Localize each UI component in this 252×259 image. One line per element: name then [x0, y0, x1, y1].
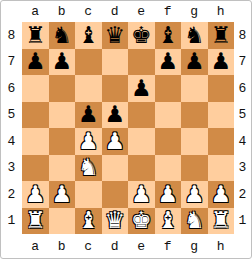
file-label-bottom-d: d [102, 234, 129, 258]
square-c2[interactable] [75, 181, 102, 208]
piece-black-knight-b8[interactable]: ♞ [49, 22, 76, 49]
square-a6[interactable] [22, 75, 49, 102]
piece-white-rook-a1[interactable]: ♜ [22, 208, 49, 235]
piece-white-knight-g1[interactable]: ♞ [181, 208, 208, 235]
corner-top-right [234, 1, 251, 22]
piece-white-bishop-c1[interactable]: ♝ [75, 208, 102, 235]
file-label-bottom-f: f [155, 234, 182, 258]
square-h7[interactable]: ♟ [208, 49, 235, 76]
rank-label-right-8: 8 [234, 22, 251, 49]
piece-black-pawn-a7[interactable]: ♟ [22, 49, 49, 76]
square-a7[interactable]: ♟ [22, 49, 49, 76]
square-a5[interactable] [22, 102, 49, 129]
square-a3[interactable] [22, 155, 49, 182]
file-label-top-d: d [102, 1, 129, 22]
square-f3[interactable] [155, 155, 182, 182]
square-c1[interactable]: ♝ [75, 208, 102, 235]
square-d5[interactable]: ♟ [102, 102, 129, 129]
piece-black-pawn-g7[interactable]: ♟ [181, 49, 208, 76]
square-h5[interactable] [208, 102, 235, 129]
square-g3[interactable] [181, 155, 208, 182]
square-a2[interactable]: ♟ [22, 181, 49, 208]
square-c6[interactable] [75, 75, 102, 102]
square-a1[interactable]: ♜ [22, 208, 49, 235]
square-g8[interactable]: ♞ [181, 22, 208, 49]
square-e1[interactable]: ♚ [128, 208, 155, 235]
square-e2[interactable]: ♟ [128, 181, 155, 208]
file-label-bottom-b: b [49, 234, 76, 258]
piece-white-king-e1[interactable]: ♚ [128, 208, 155, 235]
square-d4[interactable]: ♟ [102, 128, 129, 155]
file-label-top-f: f [155, 1, 182, 22]
square-d7[interactable] [102, 49, 129, 76]
chess-diagram-frame: abcdefgh8♜♞♝♛♚♝♞♜87♟♟♟♟♟76♟65♟♟54♟♟43♞32… [0, 0, 252, 259]
chess-board-grid: abcdefgh8♜♞♝♛♚♝♞♜87♟♟♟♟♟76♟65♟♟54♟♟43♞32… [1, 1, 251, 258]
piece-black-rook-a8[interactable]: ♜ [22, 22, 49, 49]
piece-white-pawn-e2[interactable]: ♟ [128, 181, 155, 208]
square-h6[interactable] [208, 75, 235, 102]
square-h8[interactable]: ♜ [208, 22, 235, 49]
rank-label-right-1: 1 [234, 208, 251, 235]
file-label-bottom-c: c [75, 234, 102, 258]
square-e3[interactable] [128, 155, 155, 182]
square-g6[interactable] [181, 75, 208, 102]
piece-black-pawn-h7[interactable]: ♟ [208, 49, 235, 76]
corner-bottom-left [1, 234, 22, 258]
square-d2[interactable] [102, 181, 129, 208]
square-f2[interactable]: ♟ [155, 181, 182, 208]
piece-black-pawn-d5[interactable]: ♟ [102, 102, 129, 129]
square-f4[interactable] [155, 128, 182, 155]
square-d8[interactable]: ♛ [102, 22, 129, 49]
square-c3[interactable]: ♞ [75, 155, 102, 182]
square-c8[interactable]: ♝ [75, 22, 102, 49]
square-f7[interactable]: ♟ [155, 49, 182, 76]
rank-label-left-1: 1 [1, 208, 22, 235]
square-b6[interactable] [49, 75, 76, 102]
square-h1[interactable]: ♜ [208, 208, 235, 235]
square-f6[interactable] [155, 75, 182, 102]
square-c7[interactable] [75, 49, 102, 76]
square-b2[interactable]: ♟ [49, 181, 76, 208]
square-a4[interactable] [22, 128, 49, 155]
square-g7[interactable]: ♟ [181, 49, 208, 76]
piece-white-pawn-g2[interactable]: ♟ [181, 181, 208, 208]
square-f5[interactable] [155, 102, 182, 129]
square-b1[interactable] [49, 208, 76, 235]
piece-black-knight-g8[interactable]: ♞ [181, 22, 208, 49]
rank-label-right-3: 3 [234, 155, 251, 182]
square-g5[interactable] [181, 102, 208, 129]
piece-black-bishop-c8[interactable]: ♝ [75, 22, 102, 49]
file-label-bottom-a: a [22, 234, 49, 258]
piece-white-bishop-f1[interactable]: ♝ [155, 208, 182, 235]
rank-label-right-7: 7 [234, 49, 251, 76]
square-c5[interactable]: ♟ [75, 102, 102, 129]
piece-white-knight-c3[interactable]: ♞ [75, 155, 102, 182]
square-d3[interactable] [102, 155, 129, 182]
rank-label-left-2: 2 [1, 181, 22, 208]
piece-white-pawn-h2[interactable]: ♟ [208, 181, 235, 208]
square-h2[interactable]: ♟ [208, 181, 235, 208]
square-h4[interactable] [208, 128, 235, 155]
rank-label-right-6: 6 [234, 75, 251, 102]
piece-white-pawn-a2[interactable]: ♟ [22, 181, 49, 208]
square-f1[interactable]: ♝ [155, 208, 182, 235]
square-e5[interactable] [128, 102, 155, 129]
rank-label-left-7: 7 [1, 49, 22, 76]
corner-bottom-right [234, 234, 251, 258]
piece-black-pawn-b7[interactable]: ♟ [49, 49, 76, 76]
rank-label-left-3: 3 [1, 155, 22, 182]
square-c4[interactable]: ♟ [75, 128, 102, 155]
square-g1[interactable]: ♞ [181, 208, 208, 235]
rank-label-right-5: 5 [234, 102, 251, 129]
piece-black-pawn-c5[interactable]: ♟ [75, 102, 102, 129]
piece-white-pawn-c4[interactable]: ♟ [75, 128, 102, 155]
piece-black-pawn-f7[interactable]: ♟ [155, 49, 182, 76]
square-b3[interactable] [49, 155, 76, 182]
square-d6[interactable] [102, 75, 129, 102]
rank-label-left-6: 6 [1, 75, 22, 102]
file-label-bottom-g: g [181, 234, 208, 258]
square-b8[interactable]: ♞ [49, 22, 76, 49]
file-label-top-g: g [181, 1, 208, 22]
square-e8[interactable]: ♚ [128, 22, 155, 49]
piece-black-rook-h8[interactable]: ♜ [208, 22, 235, 49]
file-label-top-b: b [49, 1, 76, 22]
square-b7[interactable]: ♟ [49, 49, 76, 76]
piece-black-bishop-f8[interactable]: ♝ [155, 22, 182, 49]
file-label-top-a: a [22, 1, 49, 22]
rank-label-left-5: 5 [1, 102, 22, 129]
square-e6[interactable]: ♟ [128, 75, 155, 102]
file-label-top-h: h [208, 1, 235, 22]
file-label-bottom-h: h [208, 234, 235, 258]
square-e7[interactable] [128, 49, 155, 76]
piece-black-pawn-e6[interactable]: ♟ [128, 75, 155, 102]
square-d1[interactable]: ♛ [102, 208, 129, 235]
square-b4[interactable] [49, 128, 76, 155]
piece-white-pawn-b2[interactable]: ♟ [49, 181, 76, 208]
square-a8[interactable]: ♜ [22, 22, 49, 49]
piece-white-pawn-d4[interactable]: ♟ [102, 128, 129, 155]
square-g4[interactable] [181, 128, 208, 155]
square-g2[interactable]: ♟ [181, 181, 208, 208]
rank-label-right-4: 4 [234, 128, 251, 155]
file-label-top-e: e [128, 1, 155, 22]
piece-black-king-e8[interactable]: ♚ [128, 22, 155, 49]
square-e4[interactable] [128, 128, 155, 155]
file-label-bottom-e: e [128, 234, 155, 258]
square-b5[interactable] [49, 102, 76, 129]
rank-label-right-2: 2 [234, 181, 251, 208]
piece-black-queen-d8[interactable]: ♛ [102, 22, 129, 49]
piece-white-rook-h1[interactable]: ♜ [208, 208, 235, 235]
rank-label-left-4: 4 [1, 128, 22, 155]
square-h3[interactable] [208, 155, 235, 182]
rank-label-left-8: 8 [1, 22, 22, 49]
square-f8[interactable]: ♝ [155, 22, 182, 49]
piece-white-queen-d1[interactable]: ♛ [102, 208, 129, 235]
corner-top-left [1, 1, 22, 22]
file-label-top-c: c [75, 1, 102, 22]
piece-white-pawn-f2[interactable]: ♟ [155, 181, 182, 208]
